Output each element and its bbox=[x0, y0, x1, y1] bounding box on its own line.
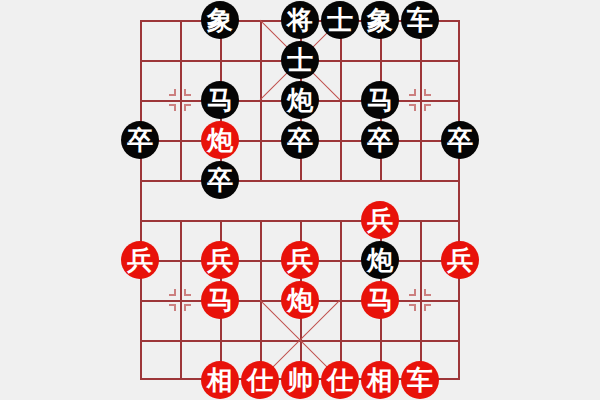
marker-bracket bbox=[424, 89, 431, 96]
black-soldier-piece[interactable]: 卒 bbox=[281, 121, 319, 159]
red-elephant-piece[interactable]: 相 bbox=[201, 361, 239, 399]
marker-bracket bbox=[409, 104, 416, 111]
black-elephant-piece[interactable]: 象 bbox=[201, 1, 239, 39]
red-soldier-piece[interactable]: 兵 bbox=[281, 241, 319, 279]
marker-bracket bbox=[169, 304, 176, 311]
board-cell bbox=[300, 180, 340, 220]
marker-bracket bbox=[184, 89, 191, 96]
black-soldier-piece[interactable]: 卒 bbox=[361, 121, 399, 159]
black-advisor-piece[interactable]: 士 bbox=[281, 41, 319, 79]
marker-bracket bbox=[169, 289, 176, 296]
marker-bracket bbox=[184, 104, 191, 111]
red-soldier-piece[interactable]: 兵 bbox=[121, 241, 159, 279]
point-marker bbox=[169, 89, 191, 111]
black-general-piece[interactable]: 将 bbox=[281, 1, 319, 39]
black-soldier-piece[interactable]: 卒 bbox=[121, 121, 159, 159]
red-soldier-piece[interactable]: 兵 bbox=[361, 201, 399, 239]
marker-bracket bbox=[409, 89, 416, 96]
red-advisor-piece[interactable]: 仕 bbox=[321, 361, 359, 399]
point-marker bbox=[409, 89, 431, 111]
board-cell bbox=[140, 20, 180, 60]
board-cell bbox=[140, 340, 180, 380]
marker-bracket bbox=[424, 104, 431, 111]
marker-bracket bbox=[169, 89, 176, 96]
red-soldier-piece[interactable]: 兵 bbox=[201, 241, 239, 279]
red-soldier-piece[interactable]: 兵 bbox=[441, 241, 479, 279]
black-advisor-piece[interactable]: 士 bbox=[321, 1, 359, 39]
black-elephant-piece[interactable]: 象 bbox=[361, 1, 399, 39]
marker-bracket bbox=[424, 304, 431, 311]
board-cell bbox=[260, 180, 300, 220]
marker-bracket bbox=[409, 289, 416, 296]
xiangqi-board[interactable]: 象将士象车士马炮马卒卒卒卒卒炮炮兵兵兵兵兵马炮马相仕帅仕相车 bbox=[0, 0, 600, 400]
red-elephant-piece[interactable]: 相 bbox=[361, 361, 399, 399]
red-horse-piece[interactable]: 马 bbox=[201, 281, 239, 319]
point-marker bbox=[409, 289, 431, 311]
red-chariot-piece[interactable]: 车 bbox=[401, 361, 439, 399]
red-cannon-piece[interactable]: 炮 bbox=[201, 121, 239, 159]
black-horse-piece[interactable]: 马 bbox=[361, 81, 399, 119]
red-advisor-piece[interactable]: 仕 bbox=[241, 361, 279, 399]
board-cell bbox=[140, 180, 180, 220]
black-cannon-piece[interactable]: 炮 bbox=[361, 241, 399, 279]
marker-bracket bbox=[409, 304, 416, 311]
point-marker bbox=[169, 289, 191, 311]
black-chariot-piece[interactable]: 车 bbox=[401, 1, 439, 39]
marker-bracket bbox=[169, 104, 176, 111]
black-soldier-piece[interactable]: 卒 bbox=[201, 161, 239, 199]
black-horse-piece[interactable]: 马 bbox=[201, 81, 239, 119]
red-cannon-piece[interactable]: 炮 bbox=[281, 281, 319, 319]
red-general-piece[interactable]: 帅 bbox=[281, 361, 319, 399]
marker-bracket bbox=[424, 289, 431, 296]
black-cannon-piece[interactable]: 炮 bbox=[281, 81, 319, 119]
black-soldier-piece[interactable]: 卒 bbox=[441, 121, 479, 159]
marker-bracket bbox=[184, 304, 191, 311]
red-horse-piece[interactable]: 马 bbox=[361, 281, 399, 319]
board-cell bbox=[420, 180, 460, 220]
marker-bracket bbox=[184, 289, 191, 296]
